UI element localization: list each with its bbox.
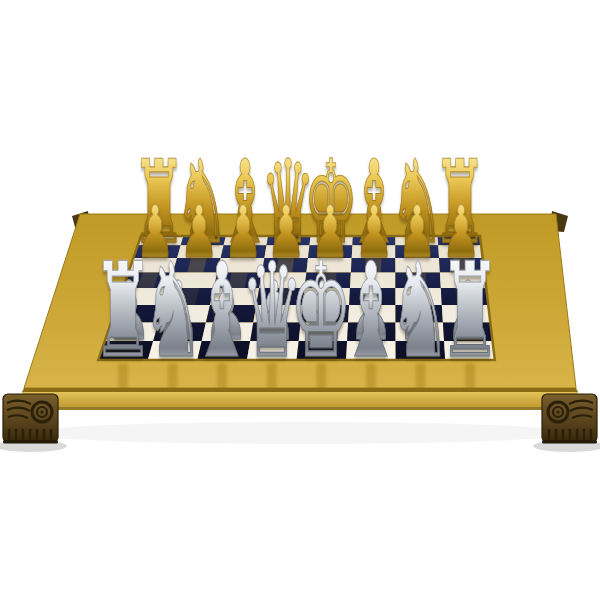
square-c1	[197, 341, 250, 360]
square-b3	[159, 305, 211, 323]
square-c3	[206, 305, 256, 323]
product-photo-scene: ♜♞♝♛♚♝♞♜♟♟♟♟♟♟♟♟♟♟♟♟♟♟♟♟♜♞♝♛♚♝♞♜ Standar…	[0, 0, 600, 600]
square-c4	[210, 288, 259, 305]
apron-reflection	[465, 363, 475, 389]
square-f5	[350, 272, 395, 288]
square-g2	[396, 323, 445, 341]
square-e4	[303, 288, 350, 305]
frame-front-bevel	[22, 388, 578, 392]
square-f8	[352, 236, 395, 245]
square-g8	[395, 236, 438, 245]
square-a4	[117, 288, 168, 305]
square-g6	[395, 258, 440, 273]
board-shadow	[0, 422, 600, 452]
board-apron	[20, 392, 580, 407]
gold-reflection	[235, 245, 253, 258]
leg-fluting	[549, 429, 591, 441]
square-h3	[442, 305, 491, 323]
square-e6	[306, 258, 351, 273]
square-b8	[181, 236, 226, 245]
square-e8	[310, 236, 353, 245]
square-a2	[105, 323, 159, 341]
square-d1	[247, 341, 299, 360]
square-a1	[98, 341, 153, 360]
square-a3	[111, 305, 164, 323]
square-c2	[202, 323, 254, 341]
apron-reflection	[316, 363, 326, 389]
front-right-leg	[542, 394, 597, 444]
square-h8	[438, 236, 482, 245]
gold-reflection	[455, 288, 473, 305]
square-d8	[267, 236, 311, 245]
gold-reflection	[322, 245, 339, 258]
square-d2	[250, 323, 301, 341]
square-b2	[153, 323, 206, 341]
apron-reflection	[415, 363, 425, 389]
square-e2	[299, 323, 348, 341]
gold-reflection	[364, 288, 381, 305]
leg-fluting	[9, 429, 51, 441]
gold-reflection	[409, 245, 425, 258]
apron-reflection	[118, 363, 128, 389]
square-h2	[443, 323, 493, 341]
square-d5	[259, 272, 306, 288]
square-e3	[301, 305, 349, 323]
square-b7	[177, 245, 224, 258]
square-f2	[347, 323, 396, 341]
apron-reflection	[366, 363, 376, 389]
chess-board	[0, 0, 600, 600]
front-left-leg	[3, 394, 58, 444]
square-b5	[168, 272, 217, 288]
apron-reflection	[217, 363, 227, 389]
square-f7	[352, 245, 396, 258]
square-g1	[396, 341, 446, 360]
square-c8	[224, 236, 269, 245]
square-f1	[346, 341, 396, 360]
gold-reflection	[228, 272, 247, 288]
square-h7	[438, 245, 482, 258]
gold-reflection	[453, 258, 470, 273]
square-e1	[297, 341, 348, 360]
gold-reflection	[410, 272, 427, 288]
square-g3	[396, 305, 443, 323]
gold-reflection	[319, 272, 337, 288]
board-bottom-edge	[20, 407, 580, 410]
playing-area	[98, 236, 495, 360]
square-h1	[444, 341, 495, 360]
apron-reflection	[168, 363, 178, 389]
square-d7	[264, 245, 309, 258]
apron-reflection	[267, 363, 277, 389]
square-f3	[348, 305, 395, 323]
square-h5	[440, 272, 486, 288]
square-b1	[148, 341, 202, 360]
square-a8	[138, 236, 184, 245]
square-c6	[217, 258, 264, 273]
gold-reflection	[365, 258, 381, 273]
square-d3	[253, 305, 302, 323]
gold-reflection	[276, 258, 294, 273]
square-a6	[128, 258, 177, 273]
square-g4	[395, 288, 441, 305]
gold-reflection	[271, 288, 290, 305]
